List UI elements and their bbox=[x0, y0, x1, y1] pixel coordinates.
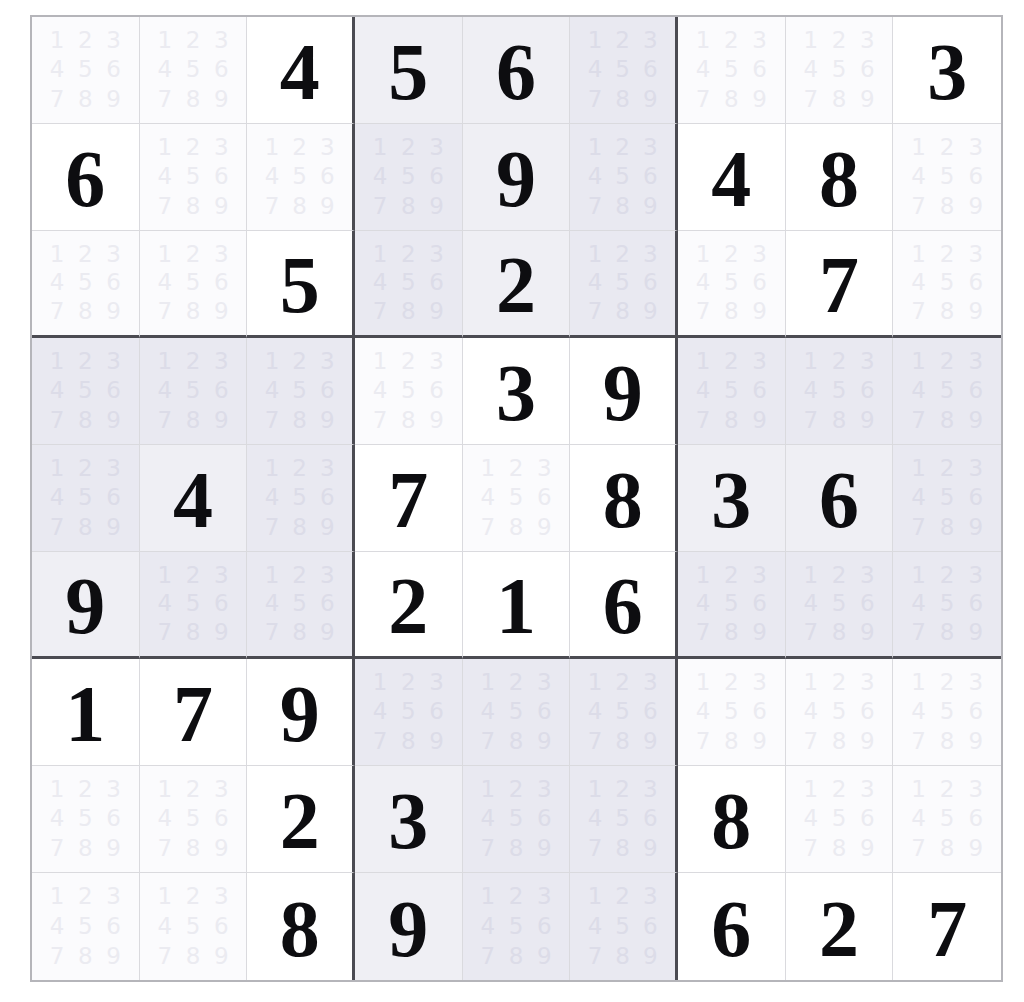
cell-r1c8[interactable]: 123456789 bbox=[786, 17, 894, 124]
cell-r1c2[interactable]: 123456789 bbox=[140, 17, 248, 124]
pencil-marks: 123456789 bbox=[247, 124, 352, 230]
pencil-digit-6: 6 bbox=[961, 483, 990, 512]
cell-r9c2[interactable]: 123456789 bbox=[140, 873, 248, 980]
cell-r6c8[interactable]: 123456789 bbox=[786, 552, 894, 659]
pencil-digit-3: 3 bbox=[636, 240, 664, 269]
pencil-digit-4: 4 bbox=[366, 376, 394, 405]
pencil-digit-5: 5 bbox=[933, 162, 962, 191]
pencil-digit-5: 5 bbox=[179, 269, 207, 298]
cell-r3c8[interactable]: 7 bbox=[786, 231, 894, 338]
given-digit: 9 bbox=[496, 139, 536, 219]
cell-r6c5[interactable]: 1 bbox=[463, 552, 571, 659]
pencil-digit-8: 8 bbox=[502, 513, 530, 542]
pencil-digit-3: 3 bbox=[207, 775, 235, 804]
pencil-digit-2: 2 bbox=[933, 347, 962, 376]
pencil-digit-9: 9 bbox=[99, 941, 127, 971]
pencil-digit-8: 8 bbox=[825, 85, 853, 114]
cell-r9c8[interactable]: 2 bbox=[786, 873, 894, 980]
cell-r4c7[interactable]: 123456789 bbox=[678, 338, 786, 445]
cell-r2c7[interactable]: 4 bbox=[678, 124, 786, 231]
pencil-digit-9: 9 bbox=[961, 834, 990, 863]
cell-r3c6[interactable]: 123456789 bbox=[570, 231, 678, 338]
pencil-digit-6: 6 bbox=[636, 162, 664, 191]
pencil-digit-7: 7 bbox=[258, 406, 286, 435]
pencil-digit-7: 7 bbox=[581, 85, 609, 114]
sudoku-board: 1234567891234567894561234567891234567891… bbox=[30, 15, 1003, 982]
pencil-digit-5: 5 bbox=[609, 804, 637, 833]
pencil-digit-4: 4 bbox=[151, 376, 179, 405]
pencil-digit-8: 8 bbox=[179, 834, 207, 863]
pencil-digit-7: 7 bbox=[474, 941, 502, 971]
pencil-digit-7: 7 bbox=[258, 618, 286, 647]
pencil-marks: 123456789 bbox=[355, 124, 462, 230]
given-digit: 6 bbox=[603, 566, 643, 646]
pencil-digit-2: 2 bbox=[609, 133, 637, 162]
pencil-digit-7: 7 bbox=[258, 513, 286, 542]
pencil-digit-9: 9 bbox=[853, 618, 881, 647]
pencil-digit-8: 8 bbox=[71, 513, 99, 542]
pencil-digit-5: 5 bbox=[609, 162, 637, 191]
pencil-digit-3: 3 bbox=[99, 26, 127, 55]
given-digit: 8 bbox=[819, 139, 859, 219]
pencil-digit-2: 2 bbox=[179, 775, 207, 804]
pencil-digit-6: 6 bbox=[99, 269, 127, 298]
pencil-digit-1: 1 bbox=[43, 26, 71, 55]
pencil-digit-1: 1 bbox=[366, 240, 394, 269]
cell-r5c3[interactable]: 123456789 bbox=[247, 445, 355, 552]
pencil-marks: 123456789 bbox=[140, 124, 247, 230]
cell-r3c7[interactable]: 123456789 bbox=[678, 231, 786, 338]
cell-r4c1[interactable]: 123456789 bbox=[32, 338, 140, 445]
given-digit: 1 bbox=[65, 674, 105, 754]
cell-r3c9[interactable]: 123456789 bbox=[893, 231, 1001, 338]
cell-r6c2[interactable]: 123456789 bbox=[140, 552, 248, 659]
pencil-digit-9: 9 bbox=[745, 618, 773, 647]
cell-r9c1[interactable]: 123456789 bbox=[32, 873, 140, 980]
pencil-digit-9: 9 bbox=[313, 406, 341, 435]
cell-r2c8[interactable]: 8 bbox=[786, 124, 894, 231]
pencil-digit-9: 9 bbox=[745, 297, 773, 326]
pencil-digit-6: 6 bbox=[961, 697, 990, 726]
pencil-digit-2: 2 bbox=[286, 347, 314, 376]
pencil-digit-8: 8 bbox=[179, 297, 207, 326]
cell-r3c4[interactable]: 123456789 bbox=[355, 231, 463, 338]
pencil-digit-8: 8 bbox=[286, 618, 314, 647]
pencil-digit-1: 1 bbox=[151, 26, 179, 55]
given-digit: 2 bbox=[388, 566, 428, 646]
pencil-digit-2: 2 bbox=[286, 454, 314, 483]
pencil-digit-4: 4 bbox=[151, 912, 179, 942]
cell-r5c4[interactable]: 7 bbox=[355, 445, 463, 552]
given-digit: 8 bbox=[280, 889, 320, 969]
pencil-digit-2: 2 bbox=[825, 561, 853, 590]
pencil-digit-3: 3 bbox=[961, 775, 990, 804]
pencil-digit-5: 5 bbox=[179, 55, 207, 84]
cell-r5c6[interactable]: 8 bbox=[570, 445, 678, 552]
pencil-digit-5: 5 bbox=[825, 804, 853, 833]
pencil-digit-1: 1 bbox=[366, 668, 394, 697]
pencil-digit-8: 8 bbox=[717, 85, 745, 114]
pencil-digit-7: 7 bbox=[581, 192, 609, 221]
pencil-digit-2: 2 bbox=[71, 882, 99, 912]
pencil-digit-3: 3 bbox=[636, 26, 664, 55]
pencil-digit-4: 4 bbox=[258, 376, 286, 405]
pencil-digit-1: 1 bbox=[904, 561, 933, 590]
pencil-digit-4: 4 bbox=[581, 162, 609, 191]
pencil-digit-2: 2 bbox=[933, 133, 962, 162]
cell-r9c6[interactable]: 123456789 bbox=[570, 873, 678, 980]
pencil-digit-5: 5 bbox=[825, 376, 853, 405]
pencil-digit-8: 8 bbox=[825, 834, 853, 863]
pencil-marks: 123456789 bbox=[678, 231, 785, 335]
pencil-digit-3: 3 bbox=[313, 454, 341, 483]
cell-r4c9[interactable]: 123456789 bbox=[893, 338, 1001, 445]
cell-r2c5[interactable]: 9 bbox=[463, 124, 571, 231]
pencil-digit-9: 9 bbox=[853, 727, 881, 756]
given-digit: 6 bbox=[819, 460, 859, 540]
pencil-digit-2: 2 bbox=[71, 454, 99, 483]
cell-r8c8[interactable]: 123456789 bbox=[786, 766, 894, 873]
pencil-digit-6: 6 bbox=[422, 269, 450, 298]
pencil-digit-3: 3 bbox=[422, 240, 450, 269]
pencil-digit-9: 9 bbox=[636, 192, 664, 221]
pencil-digit-4: 4 bbox=[904, 804, 933, 833]
pencil-digit-8: 8 bbox=[179, 406, 207, 435]
pencil-digit-7: 7 bbox=[43, 513, 71, 542]
pencil-digit-5: 5 bbox=[71, 483, 99, 512]
cell-r2c2[interactable]: 123456789 bbox=[140, 124, 248, 231]
pencil-digit-4: 4 bbox=[904, 483, 933, 512]
pencil-digit-3: 3 bbox=[207, 133, 235, 162]
pencil-digit-3: 3 bbox=[636, 668, 664, 697]
pencil-digit-2: 2 bbox=[609, 26, 637, 55]
cell-r7c9[interactable]: 123456789 bbox=[893, 659, 1001, 766]
pencil-digit-7: 7 bbox=[366, 192, 394, 221]
pencil-digit-9: 9 bbox=[207, 941, 235, 971]
cell-r9c5[interactable]: 123456789 bbox=[463, 873, 571, 980]
pencil-digit-3: 3 bbox=[207, 347, 235, 376]
pencil-digit-8: 8 bbox=[717, 727, 745, 756]
pencil-digit-1: 1 bbox=[474, 882, 502, 912]
pencil-digit-7: 7 bbox=[904, 406, 933, 435]
pencil-digit-4: 4 bbox=[904, 162, 933, 191]
pencil-digit-3: 3 bbox=[530, 882, 558, 912]
cell-r5c2[interactable]: 4 bbox=[140, 445, 248, 552]
given-digit: 5 bbox=[388, 32, 428, 112]
pencil-digit-5: 5 bbox=[933, 804, 962, 833]
pencil-digit-3: 3 bbox=[636, 882, 664, 912]
pencil-marks: 123456789 bbox=[786, 338, 893, 444]
pencil-digit-8: 8 bbox=[609, 297, 637, 326]
given-digit: 2 bbox=[496, 245, 536, 325]
pencil-digit-7: 7 bbox=[581, 941, 609, 971]
pencil-digit-2: 2 bbox=[394, 668, 422, 697]
cell-r8c3[interactable]: 2 bbox=[247, 766, 355, 873]
cell-r1c4[interactable]: 5 bbox=[355, 17, 463, 124]
pencil-digit-5: 5 bbox=[71, 912, 99, 942]
pencil-digit-4: 4 bbox=[366, 162, 394, 191]
cell-r2c1[interactable]: 6 bbox=[32, 124, 140, 231]
cell-r7c6[interactable]: 123456789 bbox=[570, 659, 678, 766]
given-digit: 9 bbox=[280, 674, 320, 754]
cell-r6c1[interactable]: 9 bbox=[32, 552, 140, 659]
pencil-digit-9: 9 bbox=[636, 834, 664, 863]
cell-r8c9[interactable]: 123456789 bbox=[893, 766, 1001, 873]
cell-r9c4[interactable]: 9 bbox=[355, 873, 463, 980]
pencil-digit-3: 3 bbox=[853, 668, 881, 697]
cell-r1c5[interactable]: 6 bbox=[463, 17, 571, 124]
pencil-digit-5: 5 bbox=[825, 55, 853, 84]
pencil-digit-5: 5 bbox=[933, 697, 962, 726]
cell-r1c1[interactable]: 123456789 bbox=[32, 17, 140, 124]
cell-r4c4[interactable]: 123456789 bbox=[355, 338, 463, 445]
pencil-digit-6: 6 bbox=[99, 912, 127, 942]
pencil-digit-3: 3 bbox=[207, 882, 235, 912]
pencil-marks: 123456789 bbox=[32, 766, 139, 872]
cell-r4c8[interactable]: 123456789 bbox=[786, 338, 894, 445]
pencil-marks: 123456789 bbox=[140, 17, 247, 123]
cell-r3c1[interactable]: 123456789 bbox=[32, 231, 140, 338]
pencil-digit-9: 9 bbox=[636, 85, 664, 114]
pencil-digit-4: 4 bbox=[151, 590, 179, 619]
pencil-digit-1: 1 bbox=[151, 882, 179, 912]
pencil-marks: 123456789 bbox=[355, 338, 462, 444]
given-digit: 8 bbox=[711, 781, 751, 861]
cell-r6c3[interactable]: 123456789 bbox=[247, 552, 355, 659]
pencil-digit-7: 7 bbox=[904, 297, 933, 326]
pencil-digit-1: 1 bbox=[797, 347, 825, 376]
cell-r8c7[interactable]: 8 bbox=[678, 766, 786, 873]
pencil-digit-7: 7 bbox=[151, 834, 179, 863]
pencil-digit-6: 6 bbox=[99, 804, 127, 833]
cell-r4c5[interactable]: 3 bbox=[463, 338, 571, 445]
cell-r7c2[interactable]: 7 bbox=[140, 659, 248, 766]
cell-r3c5[interactable]: 2 bbox=[463, 231, 571, 338]
pencil-digit-6: 6 bbox=[422, 162, 450, 191]
pencil-digit-2: 2 bbox=[394, 133, 422, 162]
cell-r2c9[interactable]: 123456789 bbox=[893, 124, 1001, 231]
pencil-digit-9: 9 bbox=[422, 727, 450, 756]
cell-r2c6[interactable]: 123456789 bbox=[570, 124, 678, 231]
pencil-digit-7: 7 bbox=[43, 85, 71, 114]
pencil-digit-6: 6 bbox=[207, 55, 235, 84]
pencil-digit-4: 4 bbox=[797, 590, 825, 619]
given-digit: 6 bbox=[496, 32, 536, 112]
cell-r7c7[interactable]: 123456789 bbox=[678, 659, 786, 766]
pencil-digit-4: 4 bbox=[904, 697, 933, 726]
pencil-digit-8: 8 bbox=[933, 513, 962, 542]
pencil-digit-7: 7 bbox=[904, 513, 933, 542]
pencil-digit-7: 7 bbox=[797, 618, 825, 647]
pencil-digit-4: 4 bbox=[258, 590, 286, 619]
pencil-digit-5: 5 bbox=[71, 55, 99, 84]
pencil-digit-9: 9 bbox=[530, 834, 558, 863]
cell-r7c4[interactable]: 123456789 bbox=[355, 659, 463, 766]
cell-r4c3[interactable]: 123456789 bbox=[247, 338, 355, 445]
pencil-digit-5: 5 bbox=[179, 804, 207, 833]
pencil-digit-8: 8 bbox=[286, 406, 314, 435]
pencil-marks: 123456789 bbox=[463, 873, 570, 980]
given-digit: 7 bbox=[819, 245, 859, 325]
pencil-digit-4: 4 bbox=[474, 697, 502, 726]
pencil-digit-1: 1 bbox=[151, 133, 179, 162]
cell-r8c2[interactable]: 123456789 bbox=[140, 766, 248, 873]
cell-r1c6[interactable]: 123456789 bbox=[570, 17, 678, 124]
pencil-digit-8: 8 bbox=[825, 727, 853, 756]
cell-r1c7[interactable]: 123456789 bbox=[678, 17, 786, 124]
pencil-marks: 123456789 bbox=[786, 659, 893, 765]
cell-r9c3[interactable]: 8 bbox=[247, 873, 355, 980]
cell-r4c2[interactable]: 123456789 bbox=[140, 338, 248, 445]
pencil-digit-6: 6 bbox=[961, 804, 990, 833]
pencil-digit-4: 4 bbox=[689, 376, 717, 405]
pencil-digit-7: 7 bbox=[797, 85, 825, 114]
given-digit: 4 bbox=[173, 460, 213, 540]
pencil-digit-1: 1 bbox=[366, 347, 394, 376]
pencil-marks: 123456789 bbox=[893, 445, 1001, 551]
pencil-digit-9: 9 bbox=[961, 192, 990, 221]
cell-r6c4[interactable]: 2 bbox=[355, 552, 463, 659]
pencil-digit-2: 2 bbox=[717, 240, 745, 269]
cell-r5c7[interactable]: 3 bbox=[678, 445, 786, 552]
pencil-digit-4: 4 bbox=[366, 269, 394, 298]
pencil-digit-1: 1 bbox=[151, 775, 179, 804]
pencil-digit-2: 2 bbox=[179, 26, 207, 55]
given-digit: 9 bbox=[388, 889, 428, 969]
cell-r9c9[interactable]: 7 bbox=[893, 873, 1001, 980]
pencil-digit-6: 6 bbox=[636, 269, 664, 298]
pencil-digit-2: 2 bbox=[825, 26, 853, 55]
pencil-digit-6: 6 bbox=[745, 376, 773, 405]
pencil-digit-5: 5 bbox=[179, 912, 207, 942]
pencil-marks: 123456789 bbox=[32, 338, 139, 444]
pencil-digit-6: 6 bbox=[207, 269, 235, 298]
cell-r1c9[interactable]: 3 bbox=[893, 17, 1001, 124]
pencil-digit-6: 6 bbox=[99, 483, 127, 512]
pencil-digit-3: 3 bbox=[745, 561, 773, 590]
pencil-digit-8: 8 bbox=[609, 85, 637, 114]
pencil-digit-2: 2 bbox=[179, 882, 207, 912]
pencil-digit-9: 9 bbox=[207, 406, 235, 435]
pencil-digit-6: 6 bbox=[530, 483, 558, 512]
cell-r1c3[interactable]: 4 bbox=[247, 17, 355, 124]
cell-r5c5[interactable]: 123456789 bbox=[463, 445, 571, 552]
pencil-digit-4: 4 bbox=[689, 590, 717, 619]
pencil-digit-5: 5 bbox=[502, 697, 530, 726]
pencil-digit-6: 6 bbox=[530, 804, 558, 833]
pencil-digit-4: 4 bbox=[151, 269, 179, 298]
pencil-digit-7: 7 bbox=[258, 192, 286, 221]
pencil-digit-7: 7 bbox=[797, 406, 825, 435]
given-digit: 7 bbox=[388, 460, 428, 540]
pencil-digit-4: 4 bbox=[43, 376, 71, 405]
pencil-digit-4: 4 bbox=[689, 269, 717, 298]
cell-r5c8[interactable]: 6 bbox=[786, 445, 894, 552]
given-digit: 2 bbox=[819, 889, 859, 969]
pencil-marks: 123456789 bbox=[893, 338, 1001, 444]
pencil-digit-7: 7 bbox=[151, 297, 179, 326]
pencil-marks: 123456789 bbox=[893, 124, 1001, 230]
cell-r2c3[interactable]: 123456789 bbox=[247, 124, 355, 231]
pencil-digit-2: 2 bbox=[609, 240, 637, 269]
pencil-digit-5: 5 bbox=[717, 590, 745, 619]
cell-r9c7[interactable]: 6 bbox=[678, 873, 786, 980]
pencil-digit-5: 5 bbox=[609, 269, 637, 298]
cell-r6c6[interactable]: 6 bbox=[570, 552, 678, 659]
pencil-digit-6: 6 bbox=[745, 590, 773, 619]
pencil-digit-1: 1 bbox=[43, 882, 71, 912]
cell-r5c1[interactable]: 123456789 bbox=[32, 445, 140, 552]
cell-r7c8[interactable]: 123456789 bbox=[786, 659, 894, 766]
cell-r8c5[interactable]: 123456789 bbox=[463, 766, 571, 873]
pencil-digit-3: 3 bbox=[636, 133, 664, 162]
pencil-digit-9: 9 bbox=[530, 513, 558, 542]
pencil-digit-7: 7 bbox=[43, 406, 71, 435]
pencil-digit-9: 9 bbox=[961, 406, 990, 435]
pencil-digit-9: 9 bbox=[207, 618, 235, 647]
pencil-digit-3: 3 bbox=[530, 668, 558, 697]
pencil-digit-7: 7 bbox=[904, 834, 933, 863]
pencil-digit-6: 6 bbox=[530, 697, 558, 726]
pencil-digit-6: 6 bbox=[853, 55, 881, 84]
cell-r3c3[interactable]: 5 bbox=[247, 231, 355, 338]
pencil-digit-4: 4 bbox=[43, 55, 71, 84]
pencil-digit-8: 8 bbox=[825, 406, 853, 435]
pencil-digit-3: 3 bbox=[99, 454, 127, 483]
pencil-digit-8: 8 bbox=[71, 834, 99, 863]
cell-r3c2[interactable]: 123456789 bbox=[140, 231, 248, 338]
cell-r4c6[interactable]: 9 bbox=[570, 338, 678, 445]
pencil-digit-3: 3 bbox=[853, 561, 881, 590]
pencil-digit-8: 8 bbox=[286, 513, 314, 542]
cell-r8c4[interactable]: 3 bbox=[355, 766, 463, 873]
pencil-digit-1: 1 bbox=[797, 668, 825, 697]
cell-r7c5[interactable]: 123456789 bbox=[463, 659, 571, 766]
pencil-digit-8: 8 bbox=[717, 297, 745, 326]
pencil-digit-1: 1 bbox=[689, 26, 717, 55]
cell-r7c3[interactable]: 9 bbox=[247, 659, 355, 766]
pencil-marks: 123456789 bbox=[140, 231, 247, 335]
pencil-marks: 123456789 bbox=[678, 552, 785, 656]
pencil-digit-4: 4 bbox=[151, 55, 179, 84]
cell-r5c9[interactable]: 123456789 bbox=[893, 445, 1001, 552]
pencil-digit-2: 2 bbox=[933, 454, 962, 483]
pencil-digit-5: 5 bbox=[933, 269, 962, 298]
pencil-digit-7: 7 bbox=[797, 834, 825, 863]
cell-r6c9[interactable]: 123456789 bbox=[893, 552, 1001, 659]
pencil-digit-7: 7 bbox=[43, 297, 71, 326]
pencil-digit-6: 6 bbox=[961, 590, 990, 619]
pencil-digit-9: 9 bbox=[99, 297, 127, 326]
pencil-digit-2: 2 bbox=[502, 775, 530, 804]
given-digit: 6 bbox=[711, 889, 751, 969]
cell-r8c1[interactable]: 123456789 bbox=[32, 766, 140, 873]
cell-r8c6[interactable]: 123456789 bbox=[570, 766, 678, 873]
cell-r2c4[interactable]: 123456789 bbox=[355, 124, 463, 231]
pencil-digit-6: 6 bbox=[99, 55, 127, 84]
pencil-digit-5: 5 bbox=[71, 804, 99, 833]
pencil-digit-9: 9 bbox=[853, 406, 881, 435]
cell-r7c1[interactable]: 1 bbox=[32, 659, 140, 766]
pencil-digit-3: 3 bbox=[745, 347, 773, 376]
pencil-marks: 123456789 bbox=[570, 231, 675, 335]
pencil-digit-8: 8 bbox=[71, 297, 99, 326]
pencil-digit-7: 7 bbox=[151, 618, 179, 647]
pencil-digit-3: 3 bbox=[313, 347, 341, 376]
cell-r6c7[interactable]: 123456789 bbox=[678, 552, 786, 659]
pencil-marks: 123456789 bbox=[893, 659, 1001, 765]
pencil-digit-8: 8 bbox=[933, 618, 962, 647]
